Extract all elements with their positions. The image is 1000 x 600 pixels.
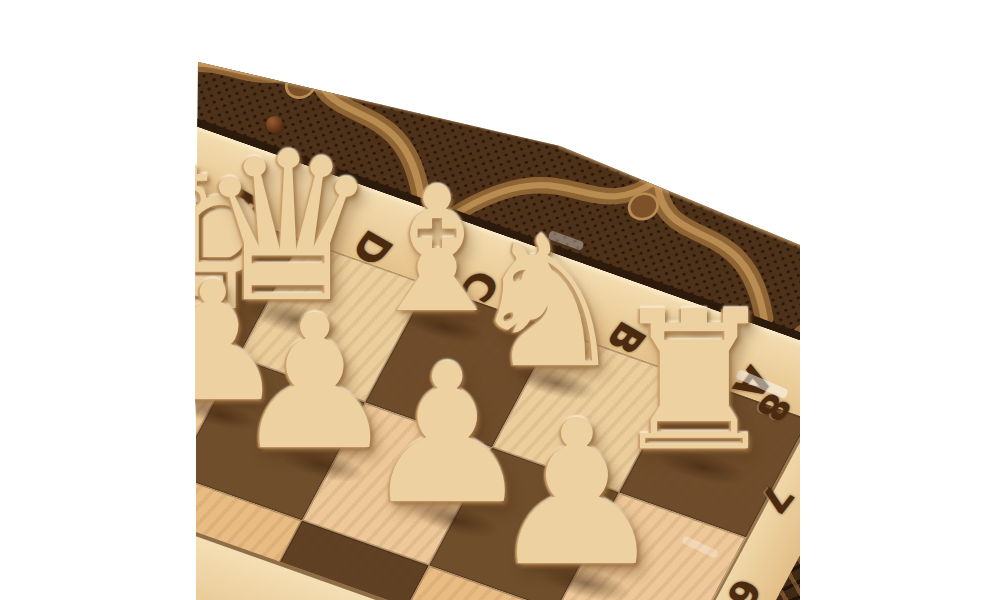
piece-b7-white-pawn: ♟ (487, 394, 666, 594)
square-f6 (0, 386, 48, 549)
square-g8 (0, 105, 47, 268)
pieces-layer: ♚♛♝♞♜♟♟♟♟ (0, 0, 1000, 600)
queen-finial (266, 116, 283, 133)
chess-set-photo: EDCBA876 ♚♛♝♞♜♟♟♟♟ (0, 0, 1000, 600)
square-e6 (0, 431, 175, 594)
square-f7 (0, 268, 111, 431)
square-f8 (0, 150, 174, 313)
